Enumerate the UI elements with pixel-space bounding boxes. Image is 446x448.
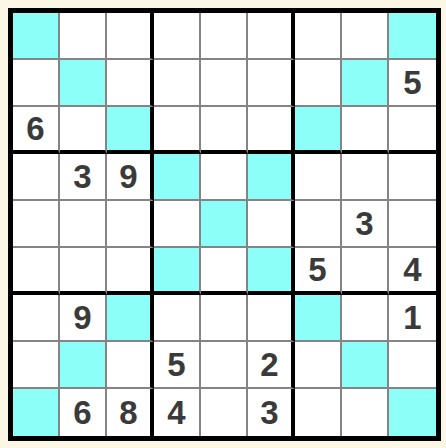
cell-r3c7[interactable] xyxy=(295,107,342,154)
cell-r6c3[interactable] xyxy=(107,248,154,295)
cell-r8c8[interactable] xyxy=(342,342,389,389)
cell-r6c7[interactable]: 5 xyxy=(295,248,342,295)
cell-r5c3[interactable] xyxy=(107,201,154,248)
cell-r4c5[interactable] xyxy=(201,154,248,201)
cell-r7c7[interactable] xyxy=(295,295,342,342)
cell-r5c5[interactable] xyxy=(201,201,248,248)
cell-r1c3[interactable] xyxy=(107,13,154,60)
cell-r9c3[interactable]: 8 xyxy=(107,389,154,436)
cell-r6c6[interactable] xyxy=(248,248,295,295)
cell-r6c1[interactable] xyxy=(13,248,60,295)
cell-r5c9[interactable] xyxy=(389,201,436,248)
cell-r2c6[interactable] xyxy=(248,60,295,107)
cell-r9c2[interactable]: 6 xyxy=(60,389,107,436)
cell-r6c4[interactable] xyxy=(154,248,201,295)
cell-r1c9[interactable] xyxy=(389,13,436,60)
cell-r6c9[interactable]: 4 xyxy=(389,248,436,295)
cell-r8c9[interactable] xyxy=(389,342,436,389)
cell-r7c1[interactable] xyxy=(13,295,60,342)
cell-r6c8[interactable] xyxy=(342,248,389,295)
cell-r1c2[interactable] xyxy=(60,13,107,60)
cell-r9c5[interactable] xyxy=(201,389,248,436)
cell-r5c1[interactable] xyxy=(13,201,60,248)
cell-r7c3[interactable] xyxy=(107,295,154,342)
cell-r9c7[interactable] xyxy=(295,389,342,436)
cell-r9c8[interactable] xyxy=(342,389,389,436)
cell-r2c9[interactable]: 5 xyxy=(389,60,436,107)
cell-r4c9[interactable] xyxy=(389,154,436,201)
cell-r9c9[interactable] xyxy=(389,389,436,436)
cell-r2c8[interactable] xyxy=(342,60,389,107)
cell-r7c6[interactable] xyxy=(248,295,295,342)
cell-r2c2[interactable] xyxy=(60,60,107,107)
page: 563935491526843 xyxy=(0,0,446,441)
cell-r1c1[interactable] xyxy=(13,13,60,60)
cell-r4c1[interactable] xyxy=(13,154,60,201)
cell-r3c5[interactable] xyxy=(201,107,248,154)
cell-r9c1[interactable] xyxy=(13,389,60,436)
cell-r4c2[interactable]: 3 xyxy=(60,154,107,201)
cell-r5c2[interactable] xyxy=(60,201,107,248)
cell-r4c4[interactable] xyxy=(154,154,201,201)
cell-r7c2[interactable]: 9 xyxy=(60,295,107,342)
cell-r1c8[interactable] xyxy=(342,13,389,60)
cell-r4c8[interactable] xyxy=(342,154,389,201)
cell-r7c9[interactable]: 1 xyxy=(389,295,436,342)
cell-r3c1[interactable]: 6 xyxy=(13,107,60,154)
cell-r6c5[interactable] xyxy=(201,248,248,295)
cell-r2c3[interactable] xyxy=(107,60,154,107)
cell-r5c4[interactable] xyxy=(154,201,201,248)
cell-r3c3[interactable] xyxy=(107,107,154,154)
cell-r1c6[interactable] xyxy=(248,13,295,60)
cell-r8c2[interactable] xyxy=(60,342,107,389)
cell-r1c5[interactable] xyxy=(201,13,248,60)
cell-r2c1[interactable] xyxy=(13,60,60,107)
cell-r2c7[interactable] xyxy=(295,60,342,107)
cell-r3c4[interactable] xyxy=(154,107,201,154)
sudoku-board: 563935491526843 xyxy=(8,8,441,441)
cell-r3c2[interactable] xyxy=(60,107,107,154)
cell-r3c6[interactable] xyxy=(248,107,295,154)
cell-r8c7[interactable] xyxy=(295,342,342,389)
cell-r3c9[interactable] xyxy=(389,107,436,154)
cell-r6c2[interactable] xyxy=(60,248,107,295)
cell-r8c1[interactable] xyxy=(13,342,60,389)
cell-r9c4[interactable]: 4 xyxy=(154,389,201,436)
cell-r7c5[interactable] xyxy=(201,295,248,342)
cell-r8c3[interactable] xyxy=(107,342,154,389)
cell-r9c6[interactable]: 3 xyxy=(248,389,295,436)
cell-r2c5[interactable] xyxy=(201,60,248,107)
cell-r4c3[interactable]: 9 xyxy=(107,154,154,201)
cell-r8c6[interactable]: 2 xyxy=(248,342,295,389)
cell-r4c6[interactable] xyxy=(248,154,295,201)
cell-r8c5[interactable] xyxy=(201,342,248,389)
cell-r5c7[interactable] xyxy=(295,201,342,248)
cell-r1c4[interactable] xyxy=(154,13,201,60)
cell-r1c7[interactable] xyxy=(295,13,342,60)
cell-r7c4[interactable] xyxy=(154,295,201,342)
cell-r7c8[interactable] xyxy=(342,295,389,342)
cell-r8c4[interactable]: 5 xyxy=(154,342,201,389)
cell-r3c8[interactable] xyxy=(342,107,389,154)
cell-r2c4[interactable] xyxy=(154,60,201,107)
cell-r5c8[interactable]: 3 xyxy=(342,201,389,248)
cell-r5c6[interactable] xyxy=(248,201,295,248)
cell-r4c7[interactable] xyxy=(295,154,342,201)
